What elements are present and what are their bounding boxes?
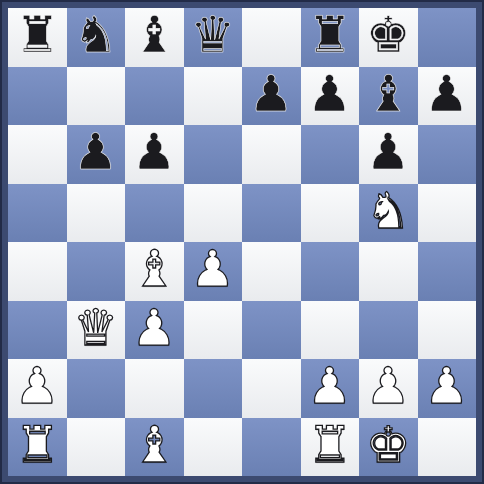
square-c5[interactable] bbox=[125, 184, 184, 243]
square-f4[interactable] bbox=[301, 242, 360, 301]
square-a3[interactable] bbox=[8, 301, 67, 360]
square-e4[interactable] bbox=[242, 242, 301, 301]
white-bishop: ♝ bbox=[132, 244, 177, 294]
white-queen: ♛ bbox=[73, 303, 118, 353]
square-a2[interactable]: ♟ bbox=[8, 359, 67, 418]
square-b4[interactable] bbox=[67, 242, 126, 301]
square-b2[interactable] bbox=[67, 359, 126, 418]
square-g5[interactable]: ♞ bbox=[359, 184, 418, 243]
black-pawn: ♟ bbox=[73, 127, 118, 177]
black-bishop: ♝ bbox=[132, 10, 177, 60]
square-e3[interactable] bbox=[242, 301, 301, 360]
square-f8[interactable]: ♜ bbox=[301, 8, 360, 67]
square-h8[interactable] bbox=[418, 8, 477, 67]
square-d6[interactable] bbox=[184, 125, 243, 184]
square-h5[interactable] bbox=[418, 184, 477, 243]
square-g6[interactable]: ♟ bbox=[359, 125, 418, 184]
white-knight: ♞ bbox=[366, 186, 411, 236]
square-h1[interactable] bbox=[418, 418, 477, 477]
square-b3[interactable]: ♛ bbox=[67, 301, 126, 360]
square-a7[interactable] bbox=[8, 67, 67, 126]
square-d4[interactable]: ♟ bbox=[184, 242, 243, 301]
square-d7[interactable] bbox=[184, 67, 243, 126]
black-pawn: ♟ bbox=[424, 69, 469, 119]
white-bishop: ♝ bbox=[132, 420, 177, 470]
black-king: ♚ bbox=[366, 10, 411, 60]
square-h6[interactable] bbox=[418, 125, 477, 184]
square-a4[interactable] bbox=[8, 242, 67, 301]
white-pawn: ♟ bbox=[15, 361, 60, 411]
square-e5[interactable] bbox=[242, 184, 301, 243]
white-pawn: ♟ bbox=[424, 361, 469, 411]
black-pawn: ♟ bbox=[132, 127, 177, 177]
white-pawn: ♟ bbox=[190, 244, 235, 294]
square-g4[interactable] bbox=[359, 242, 418, 301]
black-rook: ♜ bbox=[15, 10, 60, 60]
square-c4[interactable]: ♝ bbox=[125, 242, 184, 301]
black-bishop: ♝ bbox=[366, 69, 411, 119]
black-knight: ♞ bbox=[73, 10, 118, 60]
square-a1[interactable]: ♜ bbox=[8, 418, 67, 477]
white-pawn: ♟ bbox=[366, 361, 411, 411]
square-c7[interactable] bbox=[125, 67, 184, 126]
white-rook: ♜ bbox=[307, 420, 352, 470]
square-h7[interactable]: ♟ bbox=[418, 67, 477, 126]
square-b6[interactable]: ♟ bbox=[67, 125, 126, 184]
square-e1[interactable] bbox=[242, 418, 301, 477]
chess-board: ♜♞♝♛♜♚♟♟♝♟♟♟♟♞♝♟♛♟♟♟♟♟♜♝♜♚ bbox=[8, 8, 476, 476]
square-d8[interactable]: ♛ bbox=[184, 8, 243, 67]
square-c8[interactable]: ♝ bbox=[125, 8, 184, 67]
square-b1[interactable] bbox=[67, 418, 126, 477]
square-b8[interactable]: ♞ bbox=[67, 8, 126, 67]
square-g2[interactable]: ♟ bbox=[359, 359, 418, 418]
black-queen: ♛ bbox=[190, 10, 235, 60]
square-b5[interactable] bbox=[67, 184, 126, 243]
square-e2[interactable] bbox=[242, 359, 301, 418]
square-f2[interactable]: ♟ bbox=[301, 359, 360, 418]
square-c1[interactable]: ♝ bbox=[125, 418, 184, 477]
square-d5[interactable] bbox=[184, 184, 243, 243]
square-a6[interactable] bbox=[8, 125, 67, 184]
black-rook: ♜ bbox=[307, 10, 352, 60]
square-c6[interactable]: ♟ bbox=[125, 125, 184, 184]
square-h4[interactable] bbox=[418, 242, 477, 301]
square-f3[interactable] bbox=[301, 301, 360, 360]
board-frame: ♜♞♝♛♜♚♟♟♝♟♟♟♟♞♝♟♛♟♟♟♟♟♜♝♜♚ bbox=[0, 0, 484, 484]
square-g1[interactable]: ♚ bbox=[359, 418, 418, 477]
square-a5[interactable] bbox=[8, 184, 67, 243]
square-f6[interactable] bbox=[301, 125, 360, 184]
square-f5[interactable] bbox=[301, 184, 360, 243]
square-e6[interactable] bbox=[242, 125, 301, 184]
white-king: ♚ bbox=[366, 420, 411, 470]
square-f7[interactable]: ♟ bbox=[301, 67, 360, 126]
square-a8[interactable]: ♜ bbox=[8, 8, 67, 67]
white-pawn: ♟ bbox=[132, 303, 177, 353]
square-f1[interactable]: ♜ bbox=[301, 418, 360, 477]
square-g7[interactable]: ♝ bbox=[359, 67, 418, 126]
black-pawn: ♟ bbox=[366, 127, 411, 177]
black-pawn: ♟ bbox=[249, 69, 294, 119]
square-e7[interactable]: ♟ bbox=[242, 67, 301, 126]
square-e8[interactable] bbox=[242, 8, 301, 67]
square-b7[interactable] bbox=[67, 67, 126, 126]
square-d2[interactable] bbox=[184, 359, 243, 418]
square-h3[interactable] bbox=[418, 301, 477, 360]
square-d3[interactable] bbox=[184, 301, 243, 360]
square-d1[interactable] bbox=[184, 418, 243, 477]
square-c2[interactable] bbox=[125, 359, 184, 418]
square-h2[interactable]: ♟ bbox=[418, 359, 477, 418]
square-c3[interactable]: ♟ bbox=[125, 301, 184, 360]
black-pawn: ♟ bbox=[307, 69, 352, 119]
square-g3[interactable] bbox=[359, 301, 418, 360]
white-pawn: ♟ bbox=[307, 361, 352, 411]
white-rook: ♜ bbox=[15, 420, 60, 470]
square-g8[interactable]: ♚ bbox=[359, 8, 418, 67]
